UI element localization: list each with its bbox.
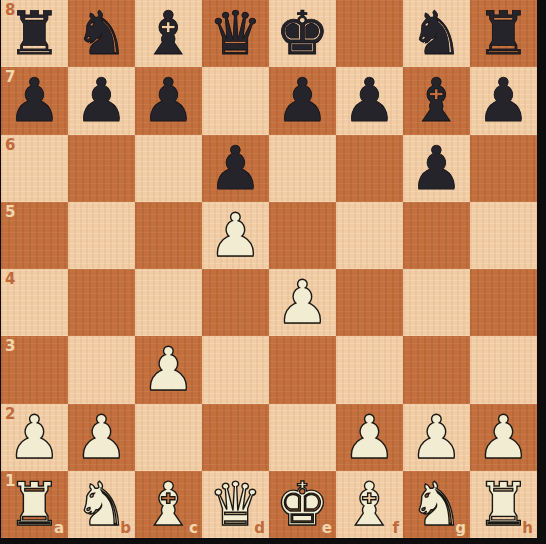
square-c8[interactable]: ♝: [135, 0, 202, 67]
square-h6[interactable]: [470, 135, 537, 202]
square-f6[interactable]: [336, 135, 403, 202]
white-pawn-a2[interactable]: ♟: [8, 404, 62, 471]
square-f2[interactable]: ♟: [336, 404, 403, 471]
square-g2[interactable]: ♟: [403, 404, 470, 471]
square-a7[interactable]: 7♟: [1, 67, 68, 134]
square-c5[interactable]: [135, 202, 202, 269]
square-g5[interactable]: [403, 202, 470, 269]
square-b5[interactable]: [68, 202, 135, 269]
black-pawn-c7[interactable]: ♟: [142, 67, 196, 134]
square-d1[interactable]: d♛: [202, 471, 269, 538]
square-a8[interactable]: 8♜: [1, 0, 68, 67]
square-h7[interactable]: ♟: [470, 67, 537, 134]
square-e1[interactable]: e♚: [269, 471, 336, 538]
square-d7[interactable]: [202, 67, 269, 134]
square-b4[interactable]: [68, 269, 135, 336]
white-pawn-g2[interactable]: ♟: [410, 404, 464, 471]
square-h4[interactable]: [470, 269, 537, 336]
black-knight-g8[interactable]: ♞: [410, 0, 464, 67]
square-g6[interactable]: ♟: [403, 135, 470, 202]
square-e2[interactable]: [269, 404, 336, 471]
square-a1[interactable]: 1a♜: [1, 471, 68, 538]
white-pawn-b2[interactable]: ♟: [75, 404, 129, 471]
square-c1[interactable]: c♝: [135, 471, 202, 538]
file-label-a: a: [54, 521, 64, 536]
square-b6[interactable]: [68, 135, 135, 202]
rank-label-6: 6: [5, 138, 15, 153]
black-pawn-h7[interactable]: ♟: [477, 67, 531, 134]
square-d8[interactable]: ♛: [202, 0, 269, 67]
square-d2[interactable]: [202, 404, 269, 471]
square-b3[interactable]: [68, 336, 135, 403]
square-g1[interactable]: g♞: [403, 471, 470, 538]
square-h8[interactable]: ♜: [470, 0, 537, 67]
chess-board: 8♜♞♝♛♚♞♜7♟♟♟♟♟♝♟6♟♟5♟4♟3♟2♟♟♟♟♟1a♜b♞c♝d♛…: [1, 0, 537, 538]
square-g3[interactable]: [403, 336, 470, 403]
square-h2[interactable]: ♟: [470, 404, 537, 471]
square-e5[interactable]: [269, 202, 336, 269]
file-label-b: b: [120, 521, 131, 536]
black-pawn-d6[interactable]: ♟: [209, 135, 263, 202]
square-e3[interactable]: [269, 336, 336, 403]
square-e4[interactable]: ♟: [269, 269, 336, 336]
square-h5[interactable]: [470, 202, 537, 269]
white-bishop-f1[interactable]: ♝: [343, 471, 397, 538]
file-label-c: c: [189, 521, 198, 536]
white-pawn-e4[interactable]: ♟: [276, 269, 330, 336]
square-a5[interactable]: 5: [1, 202, 68, 269]
square-c7[interactable]: ♟: [135, 67, 202, 134]
square-b7[interactable]: ♟: [68, 67, 135, 134]
square-f4[interactable]: [336, 269, 403, 336]
square-h3[interactable]: [470, 336, 537, 403]
square-a3[interactable]: 3: [1, 336, 68, 403]
rank-label-4: 4: [5, 272, 15, 287]
white-pawn-f2[interactable]: ♟: [343, 404, 397, 471]
square-c2[interactable]: [135, 404, 202, 471]
file-label-d: d: [254, 521, 265, 536]
black-bishop-g7[interactable]: ♝: [410, 67, 464, 134]
square-c3[interactable]: ♟: [135, 336, 202, 403]
file-label-g: g: [455, 521, 466, 536]
rank-label-8: 8: [5, 3, 15, 18]
rank-label-3: 3: [5, 339, 15, 354]
square-e7[interactable]: ♟: [269, 67, 336, 134]
file-label-e: e: [322, 521, 332, 536]
square-c4[interactable]: [135, 269, 202, 336]
square-a4[interactable]: 4: [1, 269, 68, 336]
square-a2[interactable]: 2♟: [1, 404, 68, 471]
square-b8[interactable]: ♞: [68, 0, 135, 67]
white-bishop-c1[interactable]: ♝: [142, 471, 196, 538]
square-f1[interactable]: f♝: [336, 471, 403, 538]
square-d4[interactable]: [202, 269, 269, 336]
square-f3[interactable]: [336, 336, 403, 403]
square-a6[interactable]: 6: [1, 135, 68, 202]
square-d3[interactable]: [202, 336, 269, 403]
rank-label-1: 1: [5, 474, 15, 489]
black-pawn-a7[interactable]: ♟: [8, 67, 62, 134]
square-e8[interactable]: ♚: [269, 0, 336, 67]
file-label-h: h: [522, 521, 533, 536]
black-queen-d8[interactable]: ♛: [209, 0, 263, 67]
rank-label-5: 5: [5, 205, 15, 220]
black-bishop-c8[interactable]: ♝: [142, 0, 196, 67]
square-d6[interactable]: ♟: [202, 135, 269, 202]
black-pawn-f7[interactable]: ♟: [343, 67, 397, 134]
square-f8[interactable]: [336, 0, 403, 67]
square-g4[interactable]: [403, 269, 470, 336]
square-d5[interactable]: ♟: [202, 202, 269, 269]
white-pawn-d5[interactable]: ♟: [209, 202, 263, 269]
square-g7[interactable]: ♝: [403, 67, 470, 134]
white-pawn-c3[interactable]: ♟: [142, 336, 196, 403]
chess-board-frame: 8♜♞♝♛♚♞♜7♟♟♟♟♟♝♟6♟♟5♟4♟3♟2♟♟♟♟♟1a♜b♞c♝d♛…: [0, 0, 546, 544]
rank-label-2: 2: [5, 407, 15, 422]
black-rook-a8[interactable]: ♜: [8, 0, 62, 67]
square-h1[interactable]: h♜: [470, 471, 537, 538]
black-rook-h8[interactable]: ♜: [477, 0, 531, 67]
black-knight-b8[interactable]: ♞: [75, 0, 129, 67]
square-b2[interactable]: ♟: [68, 404, 135, 471]
rank-label-7: 7: [5, 70, 15, 85]
square-f7[interactable]: ♟: [336, 67, 403, 134]
square-e6[interactable]: [269, 135, 336, 202]
square-f5[interactable]: [336, 202, 403, 269]
black-pawn-g6[interactable]: ♟: [410, 135, 464, 202]
black-king-e8[interactable]: ♚: [276, 0, 330, 67]
square-c6[interactable]: [135, 135, 202, 202]
square-b1[interactable]: b♞: [68, 471, 135, 538]
white-pawn-h2[interactable]: ♟: [477, 404, 531, 471]
square-g8[interactable]: ♞: [403, 0, 470, 67]
file-label-f: f: [392, 521, 399, 536]
black-pawn-e7[interactable]: ♟: [276, 67, 330, 134]
black-pawn-b7[interactable]: ♟: [75, 67, 129, 134]
